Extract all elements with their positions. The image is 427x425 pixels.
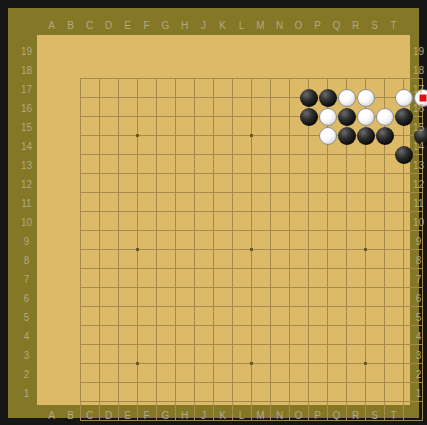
coord-label-1: 1 [410,384,427,403]
coord-label-P: P [308,16,327,35]
coord-label-12: 12 [410,175,427,194]
coord-label-3: 3 [410,346,427,365]
stone-white-R17[interactable] [376,108,394,126]
coord-label-A: A [42,405,61,425]
stone-black-N17[interactable] [300,108,318,126]
coord-label-10: 10 [16,213,37,232]
coord-label-6: 6 [16,289,37,308]
coords-right: 19181716151413121110987654321 [410,42,427,403]
coord-label-S: S [365,405,384,425]
stone-white-O17[interactable] [319,108,337,126]
coord-label-19: 19 [16,42,37,61]
coord-label-C: C [80,16,99,35]
coord-label-14: 14 [410,137,427,156]
stones-grid[interactable] [71,69,427,425]
coord-label-H: H [175,16,194,35]
coord-label-A: A [42,16,61,35]
coord-label-O: O [289,16,308,35]
coord-label-B: B [61,405,80,425]
coord-label-3: 3 [16,346,37,365]
coord-label-C: C [80,405,99,425]
coord-label-F: F [137,16,156,35]
coord-label-7: 7 [16,270,37,289]
coord-label-18: 18 [16,61,37,80]
coord-label-13: 13 [16,156,37,175]
coord-label-F: F [137,405,156,425]
coord-label-E: E [118,405,137,425]
coord-label-Q: Q [327,405,346,425]
coord-label-J: J [194,16,213,35]
coord-label-K: K [213,405,232,425]
coord-label-15: 15 [16,118,37,137]
coord-label-J: J [194,405,213,425]
coord-label-4: 4 [410,327,427,346]
coord-label-2: 2 [410,365,427,384]
coord-label-6: 6 [410,289,427,308]
coord-label-S: S [365,16,384,35]
coord-label-O: O [289,405,308,425]
coord-label-D: D [99,16,118,35]
stone-white-O16[interactable] [319,127,337,145]
coordinate-band: ABCDEFGHJKLMNOPQRST ABCDEFGHJKLMNOPQRST … [8,8,419,418]
coord-label-R: R [346,405,365,425]
coord-label-K: K [213,16,232,35]
coord-label-M: M [251,405,270,425]
coord-label-17: 17 [16,80,37,99]
coord-label-9: 9 [410,232,427,251]
stone-white-Q18[interactable] [357,89,375,107]
stone-black-N18[interactable] [300,89,318,107]
coord-label-G: G [156,16,175,35]
coord-label-16: 16 [410,99,427,118]
coord-label-7: 7 [410,270,427,289]
coord-label-L: L [232,405,251,425]
stone-white-Q17[interactable] [357,108,375,126]
coord-label-B: B [61,16,80,35]
coord-label-8: 8 [16,251,37,270]
stone-white-P18[interactable] [338,89,356,107]
coord-label-L: L [232,16,251,35]
go-board-widget: ABCDEFGHJKLMNOPQRST ABCDEFGHJKLMNOPQRST … [0,0,427,425]
coord-label-G: G [156,405,175,425]
coords-bottom: ABCDEFGHJKLMNOPQRST [42,405,403,425]
coord-label-11: 11 [410,194,427,213]
coord-label-Q: Q [327,16,346,35]
stone-black-Q16[interactable] [357,127,375,145]
coords-top: ABCDEFGHJKLMNOPQRST [42,16,403,35]
coord-label-14: 14 [16,137,37,156]
coord-label-P: P [308,405,327,425]
coord-label-13: 13 [410,156,427,175]
coords-left: 19181716151413121110987654321 [16,42,37,403]
coord-label-5: 5 [410,308,427,327]
coord-label-D: D [99,405,118,425]
coord-label-H: H [175,405,194,425]
coord-label-15: 15 [410,118,427,137]
coord-label-8: 8 [410,251,427,270]
coord-label-12: 12 [16,175,37,194]
stone-black-P17[interactable] [338,108,356,126]
coord-label-1: 1 [16,384,37,403]
stone-black-O18[interactable] [319,89,337,107]
stone-black-P16[interactable] [338,127,356,145]
coord-label-4: 4 [16,327,37,346]
coord-label-T: T [384,405,403,425]
coord-label-5: 5 [16,308,37,327]
coord-label-N: N [270,16,289,35]
coord-label-N: N [270,405,289,425]
coord-label-E: E [118,16,137,35]
go-board[interactable] [37,35,410,405]
coord-label-M: M [251,16,270,35]
coord-label-16: 16 [16,99,37,118]
coord-label-9: 9 [16,232,37,251]
coord-label-18: 18 [410,61,427,80]
stone-black-R16[interactable] [376,127,394,145]
coord-label-T: T [384,16,403,35]
coord-label-R: R [346,16,365,35]
coord-label-10: 10 [410,213,427,232]
coord-label-11: 11 [16,194,37,213]
coord-label-2: 2 [16,365,37,384]
coord-label-17: 17 [410,80,427,99]
coord-label-19: 19 [410,42,427,61]
